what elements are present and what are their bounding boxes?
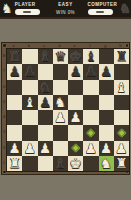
piece-black-pawn[interactable]: ♟ [85,64,97,79]
piece-black-king[interactable]: ♚ [70,49,82,64]
square-b6[interactable] [22,80,37,95]
square-h5[interactable] [114,95,129,110]
square-a2[interactable]: ♟ [7,141,22,156]
piece-white-pawn[interactable]: ♟ [100,141,112,156]
square-d5[interactable]: ♞ [53,95,68,110]
square-f1[interactable] [83,156,98,171]
square-b3[interactable] [22,125,37,140]
piece-white-pawn[interactable]: ♟ [9,141,21,156]
square-b1[interactable] [22,156,37,171]
piece-white-pawn[interactable]: ♟ [39,141,51,156]
move-hint-marker[interactable] [72,144,80,152]
piece-black-pawn[interactable]: ♟ [70,64,82,79]
player-score-dash [23,11,31,13]
square-b2[interactable]: ♟ [22,141,37,156]
square-a4[interactable] [7,110,22,125]
square-f2[interactable]: ♟ [83,141,98,156]
top-bar: ♞ PLAYER EASY WIN 0% COMPUTER ♞ [0,0,131,19]
piece-black-bishop[interactable]: ♝ [54,156,66,171]
square-d7[interactable] [53,64,68,79]
square-d8[interactable]: ♛ [53,49,68,64]
square-c8[interactable]: ♝ [38,49,53,64]
move-hint-marker[interactable] [87,129,95,137]
square-d2[interactable] [53,141,68,156]
square-f6[interactable] [83,80,98,95]
piece-white-knight[interactable]: ♞ [100,156,112,171]
piece-black-pawn[interactable]: ♟ [9,64,21,79]
move-hint-marker[interactable] [117,129,125,137]
square-h3[interactable] [114,125,129,140]
square-a3[interactable] [7,125,22,140]
square-h6[interactable]: ♝ [114,80,129,95]
square-g1[interactable]: ♞ [99,156,114,171]
piece-white-rook[interactable]: ♜ [9,156,21,171]
piece-black-knight[interactable]: ♞ [39,80,51,95]
square-e3[interactable] [68,125,83,140]
square-e1[interactable]: ♚ [68,156,83,171]
square-g8[interactable] [99,49,114,64]
player-panel: PLAYER [15,2,40,15]
piece-black-pawn[interactable]: ♟ [100,64,112,79]
square-d4[interactable]: ♟ [53,110,68,125]
square-h4[interactable] [114,110,129,125]
player-label: PLAYER [15,2,36,7]
square-f4[interactable] [83,110,98,125]
square-e4[interactable]: ♟ [68,110,83,125]
black-knight-icon: ♞ [119,2,131,15]
piece-black-pawn[interactable]: ♟ [39,95,51,110]
square-d1[interactable]: ♝ [53,156,68,171]
piece-white-bishop[interactable]: ♝ [115,80,127,95]
piece-white-pawn[interactable]: ♟ [115,141,127,156]
square-a7[interactable]: ♟ [7,64,22,79]
piece-black-bishop[interactable]: ♝ [39,49,51,64]
square-e8[interactable]: ♚ [68,49,83,64]
square-c5[interactable]: ♟ [38,95,53,110]
piece-black-rook[interactable]: ♜ [9,49,21,64]
square-e2[interactable] [68,141,83,156]
square-f5[interactable] [83,95,98,110]
square-a8[interactable]: ♜ [7,49,22,64]
square-d3[interactable] [53,125,68,140]
square-g5[interactable] [99,95,114,110]
square-c4[interactable] [38,110,53,125]
computer-panel: COMPUTER [88,2,118,15]
piece-white-pawn[interactable]: ♟ [24,141,36,156]
square-f7[interactable]: ♟ [83,64,98,79]
square-g3[interactable] [99,125,114,140]
square-e6[interactable] [68,80,83,95]
piece-white-king[interactable]: ♚ [70,156,82,171]
square-f3[interactable] [83,125,98,140]
square-b8[interactable] [22,49,37,64]
chess-board: ♜♝♛♚♝♜♟♟♟♟♟♞♝♝♟♞♟♟♟♟♟♟♟♟♜♝♚♞♜ [6,48,130,172]
computer-score-pill [88,9,113,15]
square-c1[interactable] [38,156,53,171]
square-a6[interactable] [7,80,22,95]
square-e7[interactable]: ♟ [68,64,83,79]
square-h2[interactable]: ♟ [114,141,129,156]
square-c6[interactable]: ♞ [38,80,53,95]
player-score-pill [15,9,40,15]
square-b7[interactable]: ♟ [22,64,37,79]
computer-label: COMPUTER [88,2,118,7]
square-g7[interactable]: ♟ [99,64,114,79]
square-f8[interactable]: ♝ [83,49,98,64]
piece-white-knight[interactable]: ♞ [54,95,66,110]
piece-black-rook[interactable]: ♜ [115,49,127,64]
computer-score-dash [96,11,104,13]
square-g2[interactable]: ♟ [99,141,114,156]
square-h7[interactable] [114,64,129,79]
square-g4[interactable] [99,110,114,125]
piece-black-bishop[interactable]: ♝ [85,49,97,64]
white-knight-icon: ♞ [1,2,13,15]
piece-black-queen[interactable]: ♛ [54,49,66,64]
square-a5[interactable] [7,95,22,110]
square-c3[interactable] [38,125,53,140]
piece-white-pawn[interactable]: ♟ [70,110,82,125]
piece-black-pawn[interactable]: ♟ [24,64,36,79]
square-b5[interactable]: ♝ [22,95,37,110]
square-g6[interactable] [99,80,114,95]
square-c2[interactable]: ♟ [38,141,53,156]
square-e5[interactable] [68,95,83,110]
chess-app: ♞ PLAYER EASY WIN 0% COMPUTER ♞ abcdefgh… [0,0,131,200]
piece-white-pawn[interactable]: ♟ [54,110,66,125]
square-a1[interactable]: ♜ [7,156,22,171]
piece-white-bishop[interactable]: ♝ [24,95,36,110]
square-d6[interactable] [53,80,68,95]
square-h1[interactable]: ♜ [114,156,129,171]
piece-white-pawn[interactable]: ♟ [85,141,97,156]
board-frame: abcdefgh abcdefgh 87654321 87654321 ♜♝♛♚… [1,42,130,175]
square-c7[interactable] [38,64,53,79]
square-b4[interactable] [22,110,37,125]
square-h8[interactable]: ♜ [114,49,129,64]
piece-white-rook[interactable]: ♜ [115,156,127,171]
